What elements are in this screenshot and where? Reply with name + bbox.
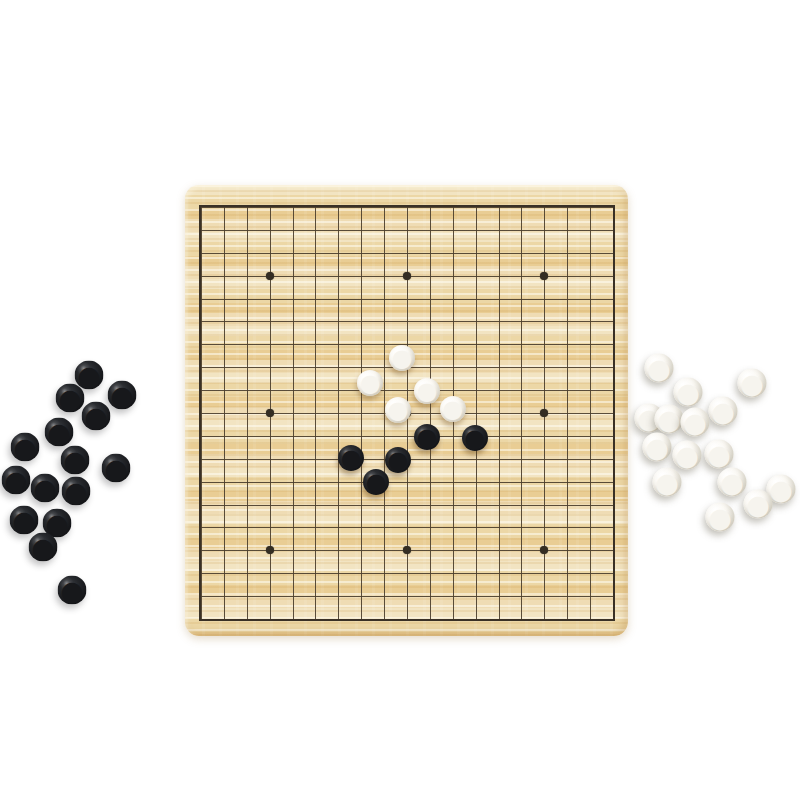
star-point [266,409,274,417]
loose-black-stone[interactable]: ● [11,433,40,462]
black-stone[interactable]: ● [462,425,488,451]
product-photo-scene: ●●●●●●●●●●●●●●● ●●●●●●●●●● ●●●●●●●●●●●●●… [0,0,800,800]
loose-white-stone[interactable]: ● [643,433,672,462]
star-point [403,546,411,554]
loose-white-stone[interactable]: ● [706,503,735,532]
white-stone[interactable]: ● [385,397,411,423]
loose-white-stone[interactable]: ● [738,369,767,398]
loose-white-stone[interactable]: ● [653,468,682,497]
star-point [540,546,548,554]
white-stone[interactable]: ● [440,396,466,422]
loose-white-stone[interactable]: ● [709,397,738,426]
loose-white-stone[interactable]: ● [681,408,710,437]
white-stone[interactable]: ● [389,345,415,371]
star-point [540,409,548,417]
loose-black-stone[interactable]: ● [45,418,74,447]
black-stone[interactable]: ● [363,469,389,495]
black-stone[interactable]: ● [338,445,364,471]
star-point [266,272,274,280]
white-stone[interactable]: ● [357,370,383,396]
loose-black-stone[interactable]: ● [29,533,58,562]
white-stone[interactable]: ● [414,378,440,404]
loose-white-stone[interactable]: ● [674,378,703,407]
star-point [266,546,274,554]
loose-black-stone[interactable]: ● [102,454,131,483]
black-stone[interactable]: ● [414,424,440,450]
loose-black-stone[interactable]: ● [62,477,91,506]
loose-black-stone[interactable]: ● [10,506,39,535]
loose-black-stone[interactable]: ● [58,576,87,605]
star-point [403,272,411,280]
loose-black-stone[interactable]: ● [31,474,60,503]
loose-black-stone[interactable]: ● [82,402,111,431]
loose-white-stone[interactable]: ● [705,440,734,469]
star-point [540,272,548,280]
loose-black-stone[interactable]: ● [56,384,85,413]
loose-black-stone[interactable]: ● [61,446,90,475]
loose-white-stone[interactable]: ● [655,405,684,434]
go-board[interactable]: ●●●●●●●●●● [185,185,628,636]
loose-white-stone[interactable]: ● [673,441,702,470]
loose-white-stone[interactable]: ● [718,468,747,497]
loose-white-stone[interactable]: ● [645,354,674,383]
black-stone[interactable]: ● [385,447,411,473]
loose-black-stone[interactable]: ● [108,381,137,410]
loose-white-stone[interactable]: ● [744,490,773,519]
loose-black-stone[interactable]: ● [2,466,31,495]
